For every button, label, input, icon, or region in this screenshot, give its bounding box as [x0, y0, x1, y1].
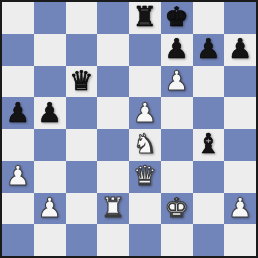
square-c6[interactable]: ♛ — [66, 66, 98, 98]
square-a6[interactable] — [2, 66, 34, 98]
chess-board: ♜♚♟♟♟♛♟♟♟♟♞♝♟♛♟♜♚♟ — [0, 0, 258, 258]
square-c5[interactable] — [66, 97, 98, 129]
square-c3[interactable] — [66, 161, 98, 193]
square-f8[interactable]: ♚ — [161, 2, 193, 34]
square-e2[interactable] — [129, 193, 161, 225]
white-knight-e4[interactable]: ♞ — [133, 130, 157, 157]
white-pawn-e5[interactable]: ♟ — [133, 99, 157, 126]
black-queen-c6[interactable]: ♛ — [69, 67, 93, 94]
square-e4[interactable]: ♞ — [129, 129, 161, 161]
square-a7[interactable] — [2, 34, 34, 66]
square-g7[interactable]: ♟ — [193, 34, 225, 66]
square-g6[interactable] — [193, 66, 225, 98]
square-h6[interactable] — [224, 66, 256, 98]
square-d1[interactable] — [97, 224, 129, 256]
black-pawn-g7[interactable]: ♟ — [196, 35, 220, 62]
square-h7[interactable]: ♟ — [224, 34, 256, 66]
square-h1[interactable] — [224, 224, 256, 256]
square-a5[interactable]: ♟ — [2, 97, 34, 129]
white-queen-e3[interactable]: ♛ — [133, 162, 157, 189]
white-king-f2[interactable]: ♚ — [165, 194, 189, 221]
square-e1[interactable] — [129, 224, 161, 256]
square-a4[interactable] — [2, 129, 34, 161]
square-d7[interactable] — [97, 34, 129, 66]
square-e6[interactable] — [129, 66, 161, 98]
square-e3[interactable]: ♛ — [129, 161, 161, 193]
black-pawn-b5[interactable]: ♟ — [38, 99, 62, 126]
square-h3[interactable] — [224, 161, 256, 193]
square-b3[interactable] — [34, 161, 66, 193]
square-c2[interactable] — [66, 193, 98, 225]
square-d3[interactable] — [97, 161, 129, 193]
square-h2[interactable]: ♟ — [224, 193, 256, 225]
black-bishop-g4[interactable]: ♝ — [196, 130, 220, 157]
white-pawn-f6[interactable]: ♟ — [165, 67, 189, 94]
square-f5[interactable] — [161, 97, 193, 129]
square-h5[interactable] — [224, 97, 256, 129]
square-g1[interactable] — [193, 224, 225, 256]
black-rook-e8[interactable]: ♜ — [133, 3, 157, 30]
square-f3[interactable] — [161, 161, 193, 193]
square-f7[interactable]: ♟ — [161, 34, 193, 66]
square-g4[interactable]: ♝ — [193, 129, 225, 161]
square-f1[interactable] — [161, 224, 193, 256]
square-f4[interactable] — [161, 129, 193, 161]
square-a1[interactable] — [2, 224, 34, 256]
square-d4[interactable] — [97, 129, 129, 161]
square-b6[interactable] — [34, 66, 66, 98]
square-d6[interactable] — [97, 66, 129, 98]
square-e5[interactable]: ♟ — [129, 97, 161, 129]
square-b2[interactable]: ♟ — [34, 193, 66, 225]
square-e8[interactable]: ♜ — [129, 2, 161, 34]
black-pawn-a5[interactable]: ♟ — [6, 99, 30, 126]
square-f2[interactable]: ♚ — [161, 193, 193, 225]
square-a8[interactable] — [2, 2, 34, 34]
black-pawn-h7[interactable]: ♟ — [228, 35, 252, 62]
square-c1[interactable] — [66, 224, 98, 256]
square-a2[interactable] — [2, 193, 34, 225]
white-pawn-h2[interactable]: ♟ — [228, 194, 252, 221]
black-king-f8[interactable]: ♚ — [165, 3, 189, 30]
square-d2[interactable]: ♜ — [97, 193, 129, 225]
square-a3[interactable]: ♟ — [2, 161, 34, 193]
square-g8[interactable] — [193, 2, 225, 34]
square-b7[interactable] — [34, 34, 66, 66]
square-g2[interactable] — [193, 193, 225, 225]
square-b4[interactable] — [34, 129, 66, 161]
square-d5[interactable] — [97, 97, 129, 129]
white-pawn-a3[interactable]: ♟ — [6, 162, 30, 189]
black-pawn-f7[interactable]: ♟ — [165, 35, 189, 62]
square-b1[interactable] — [34, 224, 66, 256]
square-b8[interactable] — [34, 2, 66, 34]
square-c4[interactable] — [66, 129, 98, 161]
square-e7[interactable] — [129, 34, 161, 66]
square-d8[interactable] — [97, 2, 129, 34]
white-rook-d2[interactable]: ♜ — [101, 194, 125, 221]
white-pawn-b2[interactable]: ♟ — [38, 194, 62, 221]
square-b5[interactable]: ♟ — [34, 97, 66, 129]
square-c7[interactable] — [66, 34, 98, 66]
square-h4[interactable] — [224, 129, 256, 161]
square-g5[interactable] — [193, 97, 225, 129]
square-f6[interactable]: ♟ — [161, 66, 193, 98]
square-h8[interactable] — [224, 2, 256, 34]
square-c8[interactable] — [66, 2, 98, 34]
chess-board-screenshot: ♜♚♟♟♟♛♟♟♟♟♞♝♟♛♟♜♚♟ — [0, 0, 258, 258]
square-g3[interactable] — [193, 161, 225, 193]
